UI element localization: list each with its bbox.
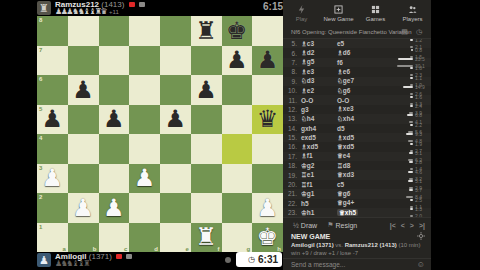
square-c1[interactable]: c — [99, 223, 130, 253]
white-move[interactable]: ♔g1 — [301, 190, 337, 198]
square-e2[interactable] — [160, 193, 191, 223]
piece-white-king-h1[interactable]: ♚ — [257, 225, 279, 249]
white-move[interactable]: g3 — [301, 106, 337, 113]
square-f1[interactable]: f♜ — [191, 223, 222, 253]
square-g3[interactable] — [222, 164, 253, 194]
square-h2[interactable]: ♟ — [252, 193, 283, 223]
white-move[interactable]: gxh4 — [301, 125, 337, 132]
square-h4[interactable] — [252, 134, 283, 164]
lightning-icon — [297, 5, 306, 14]
rank-label-7: 7 — [39, 47, 42, 53]
clock-increment-icon — [225, 257, 231, 263]
rank-label-2: 2 — [39, 194, 42, 200]
rank-label-6: 6 — [39, 76, 42, 82]
side-panel: Play New Game Games Players — [283, 0, 431, 270]
move-number: 7. — [283, 59, 297, 66]
white-move[interactable]: ♗g5 — [301, 58, 337, 66]
black-move[interactable]: ♕xd5 — [337, 143, 373, 151]
move-number: 6. — [283, 50, 297, 57]
black-move[interactable]: O-O — [337, 97, 373, 104]
black-move[interactable]: ♗xd5 — [337, 134, 373, 142]
white-move[interactable]: ♘h4 — [301, 115, 337, 123]
square-h8[interactable] — [252, 16, 283, 46]
chat-input[interactable]: Send a message... — [291, 261, 345, 268]
opening-name: Nf6 Opening: Queenside Fianchetto Variat… — [291, 29, 412, 35]
square-c4[interactable] — [99, 134, 130, 164]
square-g8[interactable]: ♚ — [222, 16, 253, 46]
move-time-bars: 1.32.0 — [373, 206, 431, 217]
opening-bar: Nf6 Opening: Queenside Fianchetto Variat… — [283, 27, 431, 39]
piece-white-pawn-b2[interactable]: ♟ — [72, 196, 94, 220]
square-e3[interactable] — [160, 164, 191, 194]
move-number: 11. — [283, 97, 297, 104]
square-d3[interactable]: ♟ — [129, 164, 160, 194]
rank-label-3: 3 — [39, 165, 42, 171]
gear-icon[interactable] — [417, 232, 425, 240]
smiley-icon[interactable]: ☺ — [417, 260, 425, 269]
white-move[interactable]: ♔g2 — [301, 162, 337, 170]
square-e4[interactable] — [160, 134, 191, 164]
piece-white-pawn-a3[interactable]: ♟ — [42, 166, 64, 190]
piece-black-pawn-g7[interactable]: ♟ — [226, 48, 248, 72]
move-number: 20. — [283, 181, 297, 188]
black-move[interactable]: ♗e6 — [337, 68, 373, 76]
nav-back-button[interactable]: < — [401, 222, 405, 229]
black-move[interactable]: f6 — [337, 59, 373, 66]
resign-button[interactable]: ⚑ Resign — [327, 221, 357, 229]
black-move[interactable]: ♕xh5 — [337, 209, 373, 217]
square-a4[interactable]: 4 — [37, 134, 68, 164]
square-e5[interactable]: ♟ — [160, 105, 191, 135]
square-e8[interactable] — [160, 16, 191, 46]
piece-black-king-g8[interactable]: ♚ — [226, 19, 248, 43]
square-b2[interactable]: ♟ — [68, 193, 99, 223]
move-navigation: |< < > >| — [390, 222, 425, 229]
square-h1[interactable]: h♚ — [252, 223, 283, 253]
flag-icon — [116, 254, 122, 259]
black-move[interactable]: ♗xe3 — [337, 105, 373, 113]
square-f3[interactable] — [191, 164, 222, 194]
square-h7[interactable]: ♟ — [252, 46, 283, 76]
bottom-player-row: ♟ Amilogil (1371) ♟♞♞♝♝♜ ◷ 6:31 — [37, 252, 283, 270]
move-number: 17. — [283, 153, 297, 160]
square-g2[interactable] — [222, 193, 253, 223]
square-d6[interactable] — [129, 75, 160, 105]
piece-white-pawn-d3[interactable]: ♟ — [134, 166, 156, 190]
black-move[interactable]: ♘ge7 — [337, 77, 373, 85]
move-number: 19. — [283, 172, 297, 179]
move-list[interactable]: 5.♗c3e51.22.16.♗d2♗d60.81.57.♗g5f623.530… — [283, 39, 431, 217]
black-move[interactable]: e5 — [337, 40, 373, 47]
new-game-header: NEW GAME — [291, 233, 330, 240]
piece-black-pawn-h7[interactable]: ♟ — [257, 48, 279, 72]
square-a8[interactable]: 8 — [37, 16, 68, 46]
top-player-row: ♜ Ramzus212 (1413) ♟♟♟♞♞♝♝♜♛+11 6:15 — [37, 0, 283, 16]
piece-white-pawn-c2[interactable]: ♟ — [103, 196, 125, 220]
nav-last-button[interactable]: >| — [419, 222, 425, 229]
black-move[interactable]: d5 — [337, 125, 373, 132]
black-move[interactable]: ♗d6 — [337, 49, 373, 57]
bottom-player-clock: ◷ 6:31 — [236, 252, 282, 267]
black-move[interactable]: ♕e4 — [337, 152, 373, 160]
square-f6[interactable]: ♟ — [191, 75, 222, 105]
tab-players[interactable]: Players — [394, 0, 431, 26]
piece-black-pawn-b6[interactable]: ♟ — [72, 78, 94, 102]
white-move[interactable]: ♖f1 — [301, 181, 337, 189]
rank-label-5: 5 — [39, 106, 42, 112]
white-move[interactable]: h5 — [301, 200, 337, 207]
matchup-line: Amilogil (1371) vs. Ramzus212 (1413) (10… — [291, 242, 420, 248]
piece-black-queen-h5[interactable]: ♛ — [257, 107, 279, 131]
square-d8[interactable] — [129, 16, 160, 46]
rating-change-line: win +9 / draw +1 / lose -7 — [291, 250, 358, 256]
piece-white-rook-f1[interactable]: ♜ — [195, 225, 217, 249]
square-c7[interactable] — [99, 46, 130, 76]
move-number: 14. — [283, 125, 297, 132]
time-control: (10 min) — [398, 242, 420, 248]
move-number: 13. — [283, 115, 297, 122]
white-move[interactable]: ♗xd5 — [301, 143, 337, 151]
piece-black-pawn-f6[interactable]: ♟ — [195, 78, 217, 102]
black-move[interactable]: ♖d8 — [337, 162, 373, 170]
square-b8[interactable] — [68, 16, 99, 46]
square-c2[interactable]: ♟ — [99, 193, 130, 223]
move-number: 16. — [283, 143, 297, 150]
move-number: 10. — [283, 87, 297, 94]
square-h6[interactable] — [252, 75, 283, 105]
piece-black-pawn-c5[interactable]: ♟ — [103, 107, 125, 131]
draw-button[interactable]: ½ Draw — [293, 222, 317, 229]
nav-forward-button[interactable]: > — [410, 222, 414, 229]
plus-square-icon — [334, 5, 343, 14]
white-move[interactable]: ♗e2 — [301, 87, 337, 95]
white-move[interactable]: O-O — [301, 97, 337, 104]
square-b3[interactable] — [68, 164, 99, 194]
square-c8[interactable] — [99, 16, 130, 46]
top-player-clock: 6:15 — [263, 1, 283, 12]
opening-book-icon[interactable]: ▤ ◷ — [401, 28, 425, 36]
square-d1[interactable]: d — [129, 223, 160, 253]
square-f5[interactable] — [191, 105, 222, 135]
black-move[interactable]: ♘xh4 — [337, 115, 373, 123]
square-g5[interactable] — [222, 105, 253, 135]
black-move[interactable]: c5 — [337, 181, 373, 188]
piece-white-pawn-h2[interactable]: ♟ — [257, 196, 279, 220]
square-a1[interactable]: 1a — [37, 223, 68, 253]
white-move[interactable]: exd5 — [301, 134, 337, 141]
square-a5[interactable]: 5♟ — [37, 105, 68, 135]
square-d5[interactable] — [129, 105, 160, 135]
square-e7[interactable] — [160, 46, 191, 76]
chess-board[interactable]: 8♜♚7♟♟6♟♟5♟♟♟♛43♟♟2♟♟♟1abcdef♜gh♚ — [37, 16, 283, 252]
piece-black-rook-f8[interactable]: ♜ — [195, 19, 217, 43]
square-c6[interactable] — [99, 75, 130, 105]
matchup-black[interactable]: Ramzus212 (1413) — [345, 242, 397, 248]
nav-first-button[interactable]: |< — [390, 222, 396, 229]
square-e6[interactable] — [160, 75, 191, 105]
current-move-highlight: ♕xh5 — [337, 209, 358, 216]
black-move[interactable]: ♕g4+ — [337, 199, 373, 207]
resign-flag-icon: ⚑ — [327, 221, 333, 229]
white-move[interactable]: ♗f1 — [301, 152, 337, 160]
square-g1[interactable]: g — [222, 223, 253, 253]
rank-label-4: 4 — [39, 135, 42, 141]
game-actions-bar: ½ Draw ⚑ Resign |< < > >| — [283, 217, 431, 232]
square-a2[interactable]: 2 — [37, 193, 68, 223]
move-number: 8. — [283, 68, 297, 75]
square-h5[interactable]: ♛ — [252, 105, 283, 135]
tab-games[interactable]: Games — [357, 0, 394, 26]
square-g6[interactable] — [222, 75, 253, 105]
move-number: 22. — [283, 200, 297, 207]
square-b4[interactable] — [68, 134, 99, 164]
black-move[interactable]: ♘g6 — [337, 87, 373, 95]
bottom-player-rating: (1371) — [89, 252, 112, 261]
move-number: 12. — [283, 106, 297, 113]
piece-black-pawn-e5[interactable]: ♟ — [165, 107, 187, 131]
move-number: 21. — [283, 190, 297, 197]
square-d2[interactable] — [129, 193, 160, 223]
badge-icon — [126, 254, 132, 259]
chess-app: ♜ Ramzus212 (1413) ♟♟♟♞♞♝♝♜♛+11 6:15 8♜♚… — [0, 0, 480, 270]
square-b5[interactable] — [68, 105, 99, 135]
white-move[interactable]: ♗c3 — [301, 40, 337, 48]
white-move[interactable]: ♗d2 — [301, 49, 337, 57]
grid-icon — [371, 5, 380, 14]
piece-black-pawn-a5[interactable]: ♟ — [42, 107, 64, 131]
rank-label-1: 1 — [39, 224, 42, 230]
square-c3[interactable] — [99, 164, 130, 194]
tab-play[interactable]: Play — [283, 0, 320, 26]
square-g4[interactable] — [222, 134, 253, 164]
square-a6[interactable]: 6 — [37, 75, 68, 105]
matchup-white[interactable]: Amilogil (1371) — [291, 242, 334, 248]
square-e1[interactable]: e — [160, 223, 191, 253]
tab-new-game[interactable]: New Game — [320, 0, 357, 26]
move-number: 23. — [283, 209, 297, 216]
square-g7[interactable]: ♟ — [222, 46, 253, 76]
half-point-icon: ½ — [293, 222, 299, 229]
white-move[interactable]: ♔h1 — [301, 209, 337, 217]
square-b7[interactable] — [68, 46, 99, 76]
badge-icon — [139, 2, 145, 7]
square-f4[interactable] — [191, 134, 222, 164]
move-number: 18. — [283, 162, 297, 169]
flag-icon — [129, 2, 135, 7]
clock-icon: ◷ — [248, 255, 255, 264]
white-move[interactable]: ♘d3 — [301, 77, 337, 85]
bottom-captured-pieces: ♟♞♞♝♝♜ — [55, 259, 89, 268]
move-number: 9. — [283, 78, 297, 85]
black-move[interactable]: ♕g6 — [337, 190, 373, 198]
material-advantage: +11 — [109, 9, 119, 15]
top-player-avatar[interactable]: ♜ — [37, 1, 51, 15]
white-move[interactable]: ♗e3 — [301, 68, 337, 76]
square-b6[interactable]: ♟ — [68, 75, 99, 105]
square-h3[interactable] — [252, 164, 283, 194]
bottom-player-avatar[interactable]: ♟ — [37, 253, 51, 267]
move-number: 15. — [283, 134, 297, 141]
rank-label-8: 8 — [39, 17, 42, 23]
panel-tabs: Play New Game Games Players — [283, 0, 431, 26]
square-f7[interactable] — [191, 46, 222, 76]
new-game-section: NEW GAME Amilogil (1371) vs. Ramzus212 (… — [283, 231, 431, 258]
square-d7[interactable] — [129, 46, 160, 76]
black-move[interactable]: ♕xd3 — [337, 171, 373, 179]
chat-bar: Send a message... ☺ — [283, 258, 431, 270]
square-c5[interactable]: ♟ — [99, 105, 130, 135]
move-row-23[interactable]: 23.♔h1♕xh51.32.0 — [283, 208, 431, 217]
people-icon — [408, 5, 417, 14]
square-a7[interactable]: 7 — [37, 46, 68, 76]
white-move[interactable]: ♖e1 — [301, 171, 337, 179]
square-f8[interactable]: ♜ — [191, 16, 222, 46]
square-b1[interactable]: b — [68, 223, 99, 253]
square-a3[interactable]: 3♟ — [37, 164, 68, 194]
square-f2[interactable] — [191, 193, 222, 223]
move-number: 5. — [283, 40, 297, 47]
square-d4[interactable] — [129, 134, 160, 164]
